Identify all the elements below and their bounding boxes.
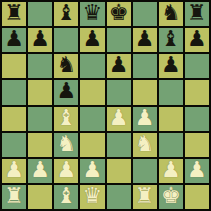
white-pawn[interactable]: ♟	[187, 159, 207, 181]
square-a2[interactable]: ♟	[2, 159, 26, 183]
black-pawn[interactable]: ♟	[56, 80, 76, 102]
square-b3[interactable]	[28, 133, 52, 157]
square-b8[interactable]	[28, 2, 52, 26]
square-d2[interactable]: ♟	[80, 159, 104, 183]
square-b4[interactable]	[28, 107, 52, 131]
white-pawn[interactable]: ♟	[135, 107, 155, 129]
white-pawn[interactable]: ♟	[4, 159, 24, 181]
black-knight[interactable]: ♞	[56, 54, 76, 76]
square-b5[interactable]	[28, 80, 52, 104]
black-king[interactable]: ♚	[109, 2, 129, 24]
square-g2[interactable]: ♟	[159, 159, 183, 183]
black-pawn[interactable]: ♟	[161, 54, 181, 76]
white-pawn[interactable]: ♟	[56, 159, 76, 181]
black-pawn[interactable]: ♟	[30, 28, 50, 50]
square-f3[interactable]: ♞	[133, 133, 157, 157]
square-a3[interactable]	[2, 133, 26, 157]
square-e4[interactable]: ♟	[107, 107, 131, 131]
white-knight[interactable]: ♞	[56, 133, 76, 155]
square-h3[interactable]	[185, 133, 209, 157]
square-e1[interactable]	[107, 185, 131, 209]
square-g5[interactable]	[159, 80, 183, 104]
square-f6[interactable]	[133, 54, 157, 78]
square-d1[interactable]: ♛	[80, 185, 104, 209]
square-f1[interactable]: ♜	[133, 185, 157, 209]
square-c2[interactable]: ♟	[54, 159, 78, 183]
square-b2[interactable]: ♟	[28, 159, 52, 183]
white-pawn[interactable]: ♟	[83, 159, 103, 181]
square-e6[interactable]: ♟	[107, 54, 131, 78]
square-d3[interactable]	[80, 133, 104, 157]
square-e3[interactable]	[107, 133, 131, 157]
square-f7[interactable]: ♟	[133, 28, 157, 52]
white-pawn[interactable]: ♟	[161, 159, 181, 181]
black-pawn[interactable]: ♟	[4, 28, 24, 50]
square-h6[interactable]	[185, 54, 209, 78]
square-e8[interactable]: ♚	[107, 2, 131, 26]
white-bishop[interactable]: ♝	[56, 107, 76, 129]
square-b1[interactable]	[28, 185, 52, 209]
square-h1[interactable]	[185, 185, 209, 209]
white-rook[interactable]: ♜	[4, 185, 24, 207]
square-f8[interactable]	[133, 2, 157, 26]
square-h2[interactable]: ♟	[185, 159, 209, 183]
square-f5[interactable]	[133, 80, 157, 104]
square-c7[interactable]	[54, 28, 78, 52]
square-g8[interactable]: ♞	[159, 2, 183, 26]
square-g3[interactable]	[159, 133, 183, 157]
square-a5[interactable]	[2, 80, 26, 104]
white-knight[interactable]: ♞	[135, 133, 155, 155]
square-c8[interactable]: ♝	[54, 2, 78, 26]
black-knight[interactable]: ♞	[161, 2, 181, 24]
square-h8[interactable]: ♜	[185, 2, 209, 26]
black-queen[interactable]: ♛	[83, 2, 103, 24]
white-rook[interactable]: ♜	[135, 185, 155, 207]
square-e7[interactable]	[107, 28, 131, 52]
square-g7[interactable]: ♝	[159, 28, 183, 52]
black-pawn[interactable]: ♟	[187, 28, 207, 50]
square-g4[interactable]	[159, 107, 183, 131]
white-bishop[interactable]: ♝	[56, 185, 76, 207]
square-h5[interactable]	[185, 80, 209, 104]
square-e5[interactable]	[107, 80, 131, 104]
square-g1[interactable]: ♚	[159, 185, 183, 209]
white-pawn[interactable]: ♟	[109, 107, 129, 129]
square-a8[interactable]: ♜	[2, 2, 26, 26]
square-a6[interactable]	[2, 54, 26, 78]
square-c6[interactable]: ♞	[54, 54, 78, 78]
white-king[interactable]: ♚	[161, 185, 181, 207]
square-b6[interactable]	[28, 54, 52, 78]
black-rook[interactable]: ♜	[4, 2, 24, 24]
square-a1[interactable]: ♜	[2, 185, 26, 209]
white-queen[interactable]: ♛	[83, 185, 103, 207]
square-h4[interactable]	[185, 107, 209, 131]
square-c3[interactable]: ♞	[54, 133, 78, 157]
white-pawn[interactable]: ♟	[30, 159, 50, 181]
square-b7[interactable]: ♟	[28, 28, 52, 52]
square-d6[interactable]	[80, 54, 104, 78]
square-c4[interactable]: ♝	[54, 107, 78, 131]
square-d4[interactable]	[80, 107, 104, 131]
square-d8[interactable]: ♛	[80, 2, 104, 26]
square-a7[interactable]: ♟	[2, 28, 26, 52]
square-g6[interactable]: ♟	[159, 54, 183, 78]
square-a4[interactable]	[2, 107, 26, 131]
square-f4[interactable]: ♟	[133, 107, 157, 131]
square-h7[interactable]: ♟	[185, 28, 209, 52]
square-e2[interactable]	[107, 159, 131, 183]
black-pawn[interactable]: ♟	[135, 28, 155, 50]
chess-board-window: ♜♝♛♚♞♜♟♟♟♟♝♟♞♟♟♟♝♟♟♞♞♟♟♟♟♟♟♜♝♛♜♚	[0, 0, 211, 211]
black-bishop[interactable]: ♝	[161, 28, 181, 50]
square-c5[interactable]: ♟	[54, 80, 78, 104]
square-c1[interactable]: ♝	[54, 185, 78, 209]
square-d5[interactable]	[80, 80, 104, 104]
black-pawn[interactable]: ♟	[83, 28, 103, 50]
square-d7[interactable]: ♟	[80, 28, 104, 52]
square-f2[interactable]	[133, 159, 157, 183]
black-pawn[interactable]: ♟	[109, 54, 129, 76]
black-rook[interactable]: ♜	[187, 2, 207, 24]
chess-board: ♜♝♛♚♞♜♟♟♟♟♝♟♞♟♟♟♝♟♟♞♞♟♟♟♟♟♟♜♝♛♜♚	[0, 0, 211, 211]
black-bishop[interactable]: ♝	[56, 2, 76, 24]
